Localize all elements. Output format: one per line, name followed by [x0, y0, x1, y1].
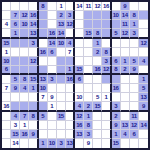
- cell-r10c9[interactable]: [75, 84, 84, 93]
- cell-r11c10[interactable]: [84, 93, 93, 102]
- cell-r1c10[interactable]: 11: [84, 2, 93, 11]
- cell-r9c8[interactable]: 16: [66, 75, 75, 84]
- cell-r4c11[interactable]: 8: [93, 29, 102, 38]
- cell-r3c4[interactable]: 14: [29, 20, 38, 29]
- cell-r9c9[interactable]: 6: [75, 75, 84, 84]
- cell-r7c4[interactable]: 12: [29, 57, 38, 66]
- cell-r3c7[interactable]: 13: [57, 20, 66, 29]
- cell-r9c1[interactable]: [2, 75, 11, 84]
- cell-r9c5[interactable]: 13: [39, 75, 48, 84]
- cell-r15c6[interactable]: [48, 130, 57, 139]
- cell-r2c10[interactable]: [84, 11, 93, 20]
- sudoku-16x16-board: 8114111216971216231014846101413121111131…: [0, 0, 150, 150]
- cell-r3c11[interactable]: [93, 20, 102, 29]
- cell-r15c15[interactable]: 6: [130, 130, 139, 139]
- cell-r9c15[interactable]: [130, 75, 139, 84]
- cell-r12c5[interactable]: [39, 102, 48, 111]
- cell-r1c13[interactable]: [112, 2, 121, 11]
- cell-r13c4[interactable]: 8: [29, 112, 38, 121]
- cell-r9c3[interactable]: 8: [20, 75, 29, 84]
- cell-r7c13[interactable]: 6: [112, 57, 121, 66]
- cell-r11c2[interactable]: [11, 93, 20, 102]
- cell-r8c5[interactable]: [39, 66, 48, 75]
- cell-r9c11[interactable]: [93, 75, 102, 84]
- cell-r7c8[interactable]: [66, 57, 75, 66]
- cell-r16c1[interactable]: [2, 139, 11, 148]
- cell-r15c14[interactable]: 4: [121, 130, 130, 139]
- cell-r13c8[interactable]: [66, 112, 75, 121]
- cell-r10c6[interactable]: [48, 84, 57, 93]
- cell-r2c15[interactable]: 8: [130, 11, 139, 20]
- cell-r15c1[interactable]: [2, 130, 11, 139]
- cell-r2c7[interactable]: 2: [57, 11, 66, 20]
- cell-r15c7[interactable]: [57, 130, 66, 139]
- cell-r8c13[interactable]: 8: [112, 66, 121, 75]
- cell-r13c13[interactable]: 2: [112, 112, 121, 121]
- cell-r12c9[interactable]: 4: [75, 102, 84, 111]
- cell-r14c10[interactable]: 8: [84, 121, 93, 130]
- cell-r1c15[interactable]: [130, 2, 139, 11]
- cell-r5c11[interactable]: 1: [93, 39, 102, 48]
- cell-r9c4[interactable]: 15: [29, 75, 38, 84]
- cell-r12c2[interactable]: [11, 102, 20, 111]
- cell-r4c6[interactable]: 16: [48, 29, 57, 38]
- cell-r11c4[interactable]: [29, 93, 38, 102]
- cell-r11c15[interactable]: [130, 93, 139, 102]
- cell-r12c15[interactable]: [130, 102, 139, 111]
- cell-r4c8[interactable]: [66, 29, 75, 38]
- cell-r12c7[interactable]: [57, 102, 66, 111]
- cell-r16c3[interactable]: [20, 139, 29, 148]
- cell-r10c11[interactable]: [93, 84, 102, 93]
- cell-r10c2[interactable]: 9: [11, 84, 20, 93]
- cell-r5c14[interactable]: [121, 39, 130, 48]
- cell-r11c9[interactable]: 10: [75, 93, 84, 102]
- cell-r14c6[interactable]: [48, 121, 57, 130]
- cell-r2c2[interactable]: 7: [11, 11, 20, 20]
- cell-r7c11[interactable]: [93, 57, 102, 66]
- cell-r6c7[interactable]: [57, 48, 66, 57]
- cell-r3c1[interactable]: 4: [2, 20, 11, 29]
- cell-r13c3[interactable]: 7: [20, 112, 29, 121]
- cell-r13c12[interactable]: [102, 112, 111, 121]
- cell-r5c9[interactable]: [75, 39, 84, 48]
- cell-r5c6[interactable]: 14: [48, 39, 57, 48]
- cell-r13c6[interactable]: [48, 112, 57, 121]
- cell-r4c3[interactable]: [20, 29, 29, 38]
- cell-r12c13[interactable]: 3: [112, 102, 121, 111]
- cell-r16c4[interactable]: [29, 139, 38, 148]
- cell-r4c10[interactable]: 15: [84, 29, 93, 38]
- cell-r11c11[interactable]: 5: [93, 93, 102, 102]
- cell-r10c4[interactable]: 1: [29, 84, 38, 93]
- cell-r1c14[interactable]: 9: [121, 2, 130, 11]
- cell-r14c4[interactable]: [29, 121, 38, 130]
- cell-r10c3[interactable]: 4: [20, 84, 29, 93]
- cell-r3c6[interactable]: [48, 20, 57, 29]
- cell-r9c14[interactable]: [121, 75, 130, 84]
- cell-r6c12[interactable]: 8: [102, 48, 111, 57]
- cell-r1c5[interactable]: 8: [39, 2, 48, 11]
- cell-r9c2[interactable]: 5: [11, 75, 20, 84]
- cell-r16c2[interactable]: 14: [11, 139, 20, 148]
- cell-r8c8[interactable]: 1: [66, 66, 75, 75]
- cell-r3c3[interactable]: 10: [20, 20, 29, 29]
- cell-r10c14[interactable]: [121, 84, 130, 93]
- cell-r15c3[interactable]: 16: [20, 130, 29, 139]
- cell-r8c4[interactable]: [29, 66, 38, 75]
- cell-r1c4[interactable]: [29, 2, 38, 11]
- cell-r8c15[interactable]: 9: [130, 66, 139, 75]
- cell-r14c5[interactable]: [39, 121, 48, 130]
- cell-r11c1[interactable]: [2, 93, 11, 102]
- cell-r8c10[interactable]: [84, 66, 93, 75]
- cell-r3c12[interactable]: [102, 20, 111, 29]
- cell-r6c13[interactable]: [112, 48, 121, 57]
- cell-r12c10[interactable]: 2: [84, 102, 93, 111]
- cell-r12c11[interactable]: 15: [93, 102, 102, 111]
- cell-r12c12[interactable]: [102, 102, 111, 111]
- cell-r13c5[interactable]: 5: [39, 112, 48, 121]
- cell-r9c10[interactable]: [84, 75, 93, 84]
- cell-r1c3[interactable]: [20, 2, 29, 11]
- cell-r13c14[interactable]: [121, 112, 130, 121]
- cell-r6c2[interactable]: [11, 48, 20, 57]
- cell-r5c10[interactable]: [84, 39, 93, 48]
- cell-r16c12[interactable]: [102, 139, 111, 148]
- cell-r11c6[interactable]: 9: [48, 93, 57, 102]
- cell-r10c16[interactable]: 5: [139, 84, 148, 93]
- cell-r16c6[interactable]: 10: [48, 139, 57, 148]
- cell-r2c9[interactable]: [75, 11, 84, 20]
- cell-r16c13[interactable]: 15: [112, 139, 121, 148]
- cell-r1c6[interactable]: [48, 2, 57, 11]
- cell-r8c7[interactable]: [57, 66, 66, 75]
- cell-r15c10[interactable]: 3: [84, 130, 93, 139]
- cell-r14c9[interactable]: 16: [75, 121, 84, 130]
- cell-r5c8[interactable]: 4: [66, 39, 75, 48]
- cell-r4c7[interactable]: 14: [57, 29, 66, 38]
- cell-r10c10[interactable]: [84, 84, 93, 93]
- cell-r9c16[interactable]: 1: [139, 75, 148, 84]
- cell-r5c7[interactable]: 10: [57, 39, 66, 48]
- cell-r13c9[interactable]: 12: [75, 112, 84, 121]
- cell-r13c7[interactable]: 15: [57, 112, 66, 121]
- cell-r14c11[interactable]: [93, 121, 102, 130]
- cell-r14c12[interactable]: [102, 121, 111, 130]
- cell-r16c9[interactable]: [75, 139, 84, 148]
- cell-r7c3[interactable]: [20, 57, 29, 66]
- cell-r15c8[interactable]: [66, 130, 75, 139]
- cell-r11c13[interactable]: [112, 93, 121, 102]
- cell-r14c15[interactable]: 12: [130, 121, 139, 130]
- cell-r13c10[interactable]: 1: [84, 112, 93, 121]
- cell-r13c1[interactable]: [2, 112, 11, 121]
- cell-r4c14[interactable]: 12: [121, 29, 130, 38]
- cell-r2c5[interactable]: [39, 11, 48, 20]
- cell-r14c1[interactable]: [2, 121, 11, 130]
- cell-r1c12[interactable]: 16: [102, 2, 111, 11]
- cell-r9c13[interactable]: [112, 75, 121, 84]
- cell-r11c7[interactable]: [57, 93, 66, 102]
- cell-r2c8[interactable]: 3: [66, 11, 75, 20]
- cell-r5c15[interactable]: [130, 39, 139, 48]
- cell-r2c4[interactable]: 16: [29, 11, 38, 20]
- cell-r4c13[interactable]: 5: [112, 29, 121, 38]
- cell-r14c2[interactable]: 3: [11, 121, 20, 130]
- cell-r2c12[interactable]: [102, 11, 111, 20]
- cell-r10c7[interactable]: [57, 84, 66, 93]
- cell-r5c1[interactable]: 15: [2, 39, 11, 48]
- cell-r7c10[interactable]: [84, 57, 93, 66]
- cell-r12c16[interactable]: 9: [139, 102, 148, 111]
- cell-r16c10[interactable]: 9: [84, 139, 93, 148]
- cell-r6c4[interactable]: [29, 48, 38, 57]
- cell-r7c6[interactable]: [48, 57, 57, 66]
- cell-r14c3[interactable]: 1: [20, 121, 29, 130]
- cell-r8c1[interactable]: 6: [2, 66, 11, 75]
- cell-r7c5[interactable]: [39, 57, 48, 66]
- cell-r15c2[interactable]: 15: [11, 130, 20, 139]
- cell-r10c15[interactable]: [130, 84, 139, 93]
- cell-r8c9[interactable]: 15: [75, 66, 84, 75]
- cell-r16c16[interactable]: [139, 139, 148, 148]
- cell-r13c16[interactable]: [139, 112, 148, 121]
- cell-r2c14[interactable]: 14: [121, 11, 130, 20]
- cell-r14c14[interactable]: 13: [121, 121, 130, 130]
- cell-r1c1[interactable]: [2, 2, 11, 11]
- cell-r5c13[interactable]: [112, 39, 121, 48]
- cell-r3c13[interactable]: [112, 20, 121, 29]
- cell-r3c9[interactable]: [75, 20, 84, 29]
- cell-r5c5[interactable]: [39, 39, 48, 48]
- cell-r1c7[interactable]: 1: [57, 2, 66, 11]
- cell-r11c16[interactable]: 13: [139, 93, 148, 102]
- cell-r2c3[interactable]: 12: [20, 11, 29, 20]
- cell-r15c9[interactable]: 13: [75, 130, 84, 139]
- cell-r10c8[interactable]: [66, 84, 75, 93]
- cell-r16c8[interactable]: 13: [66, 139, 75, 148]
- cell-r11c8[interactable]: [66, 93, 75, 102]
- cell-r4c16[interactable]: [139, 29, 148, 38]
- cell-r3c14[interactable]: 11: [121, 20, 130, 29]
- cell-r10c1[interactable]: 7: [2, 84, 11, 93]
- cell-r12c6[interactable]: 1: [48, 102, 57, 111]
- cell-r13c2[interactable]: 4: [11, 112, 20, 121]
- cell-r8c2[interactable]: [11, 66, 20, 75]
- cell-r7c2[interactable]: [11, 57, 20, 66]
- cell-r14c7[interactable]: [57, 121, 66, 130]
- cell-r16c15[interactable]: [130, 139, 139, 148]
- cell-r6c9[interactable]: [75, 48, 84, 57]
- cell-r2c13[interactable]: 10: [112, 11, 121, 20]
- cell-r3c2[interactable]: 6: [11, 20, 20, 29]
- cell-r15c13[interactable]: 1: [112, 130, 121, 139]
- cell-r7c1[interactable]: 10: [2, 57, 11, 66]
- cell-r3c8[interactable]: 12: [66, 20, 75, 29]
- cell-r16c7[interactable]: 3: [57, 139, 66, 148]
- cell-r7c7[interactable]: [57, 57, 66, 66]
- cell-r15c4[interactable]: 9: [29, 130, 38, 139]
- cell-r7c16[interactable]: 4: [139, 57, 148, 66]
- cell-r3c16[interactable]: [139, 20, 148, 29]
- cell-r1c11[interactable]: 12: [93, 2, 102, 11]
- cell-r6c14[interactable]: [121, 48, 130, 57]
- cell-r16c11[interactable]: [93, 139, 102, 148]
- cell-r6c1[interactable]: 1: [2, 48, 11, 57]
- cell-r12c4[interactable]: [29, 102, 38, 111]
- cell-r12c14[interactable]: [121, 102, 130, 111]
- cell-r5c3[interactable]: [20, 39, 29, 48]
- cell-r7c15[interactable]: 5: [130, 57, 139, 66]
- cell-r9c12[interactable]: [102, 75, 111, 84]
- cell-r11c14[interactable]: [121, 93, 130, 102]
- cell-r4c4[interactable]: 13: [29, 29, 38, 38]
- cell-r9c7[interactable]: [57, 75, 66, 84]
- cell-r14c13[interactable]: 9: [112, 121, 121, 130]
- cell-r6c10[interactable]: [84, 48, 93, 57]
- cell-r14c16[interactable]: 14: [139, 121, 148, 130]
- cell-r4c2[interactable]: 1: [11, 29, 20, 38]
- cell-r6c3[interactable]: [20, 48, 29, 57]
- cell-r5c12[interactable]: [102, 39, 111, 48]
- cell-r16c5[interactable]: 1: [39, 139, 48, 148]
- cell-r7c9[interactable]: [75, 57, 84, 66]
- cell-r6c8[interactable]: 7: [66, 48, 75, 57]
- cell-r12c1[interactable]: 16: [2, 102, 11, 111]
- cell-r2c11[interactable]: [93, 11, 102, 20]
- cell-r12c8[interactable]: [66, 102, 75, 111]
- cell-r6c6[interactable]: 6: [48, 48, 57, 57]
- cell-r13c11[interactable]: [93, 112, 102, 121]
- cell-r5c16[interactable]: 12: [139, 39, 148, 48]
- cell-r7c14[interactable]: 1: [121, 57, 130, 66]
- cell-r8c6[interactable]: [48, 66, 57, 75]
- cell-r8c14[interactable]: 2: [121, 66, 130, 75]
- cell-r4c9[interactable]: [75, 29, 84, 38]
- cell-r5c4[interactable]: 3: [29, 39, 38, 48]
- cell-r2c16[interactable]: [139, 11, 148, 20]
- cell-r9c6[interactable]: 3: [48, 75, 57, 84]
- cell-r8c11[interactable]: 16: [93, 66, 102, 75]
- cell-r15c11[interactable]: [93, 130, 102, 139]
- cell-r8c16[interactable]: [139, 66, 148, 75]
- cell-r4c15[interactable]: 3: [130, 29, 139, 38]
- cell-r3c15[interactable]: 1: [130, 20, 139, 29]
- cell-r4c1[interactable]: [2, 29, 11, 38]
- cell-r15c12[interactable]: [102, 130, 111, 139]
- cell-r12c3[interactable]: [20, 102, 29, 111]
- cell-r11c12[interactable]: 1: [102, 93, 111, 102]
- cell-r1c8[interactable]: [66, 2, 75, 11]
- cell-r14c8[interactable]: [66, 121, 75, 130]
- cell-r11c5[interactable]: 7: [39, 93, 48, 102]
- cell-r13c15[interactable]: 11: [130, 112, 139, 121]
- cell-r11c3[interactable]: [20, 93, 29, 102]
- cell-r5c2[interactable]: [11, 39, 20, 48]
- cell-r1c2[interactable]: [11, 2, 20, 11]
- cell-r4c12[interactable]: [102, 29, 111, 38]
- cell-r1c16[interactable]: [139, 2, 148, 11]
- cell-r6c16[interactable]: [139, 48, 148, 57]
- cell-r6c5[interactable]: 16: [39, 48, 48, 57]
- cell-r4c5[interactable]: [39, 29, 48, 38]
- cell-r8c12[interactable]: 12: [102, 66, 111, 75]
- cell-r3c5[interactable]: [39, 20, 48, 29]
- cell-r6c11[interactable]: 2: [93, 48, 102, 57]
- cell-r2c1[interactable]: [2, 11, 11, 20]
- cell-r15c5[interactable]: [39, 130, 48, 139]
- cell-r6c15[interactable]: [130, 48, 139, 57]
- cell-r3c10[interactable]: [84, 20, 93, 29]
- cell-r16c14[interactable]: [121, 139, 130, 148]
- cell-r10c5[interactable]: 10: [39, 84, 48, 93]
- cell-r1c9[interactable]: 14: [75, 2, 84, 11]
- cell-r10c12[interactable]: [102, 84, 111, 93]
- cell-r7c12[interactable]: 3: [102, 57, 111, 66]
- cell-r2c6[interactable]: [48, 11, 57, 20]
- cell-r15c16[interactable]: [139, 130, 148, 139]
- cell-r8c3[interactable]: [20, 66, 29, 75]
- cell-r10c13[interactable]: 16: [112, 84, 121, 93]
